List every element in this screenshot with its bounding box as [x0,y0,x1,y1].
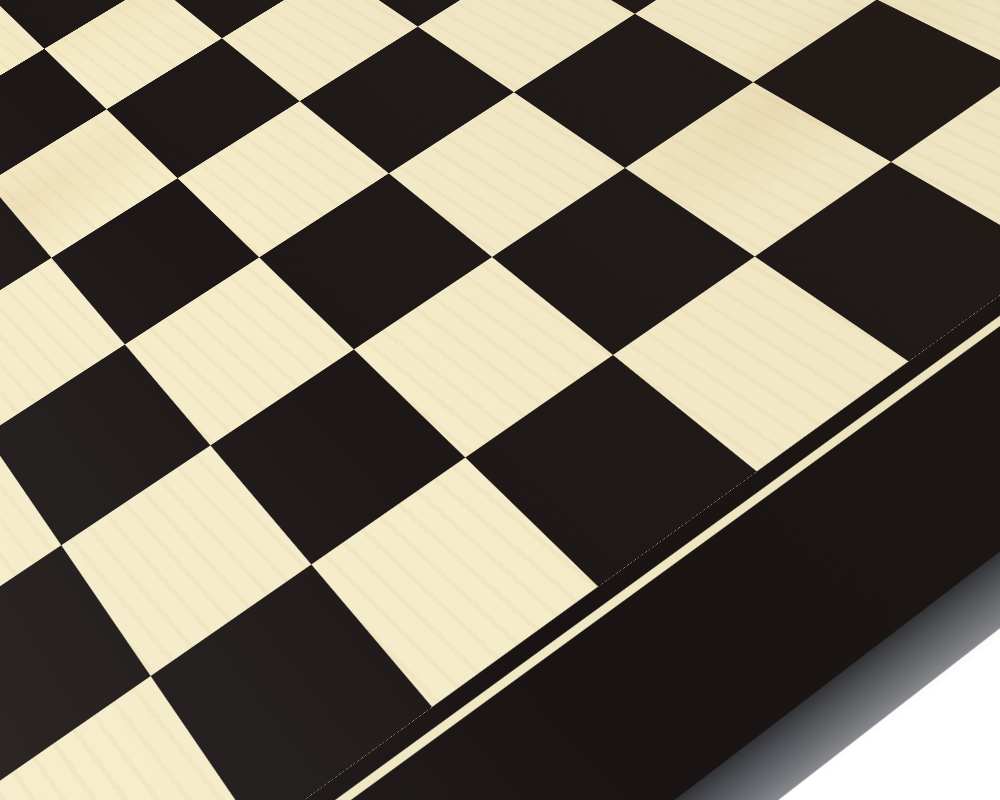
product-photo-scene [0,0,1000,800]
